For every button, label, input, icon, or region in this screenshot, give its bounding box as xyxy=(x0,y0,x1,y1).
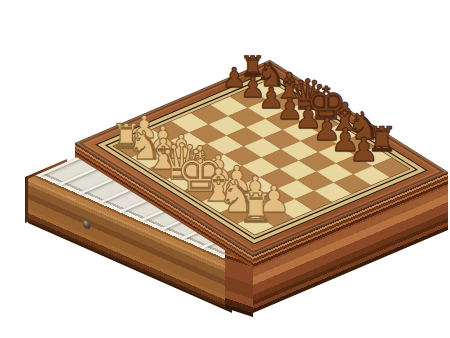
product-photo: ♜♞♝♛♚♝♞♜♟♟♟♟♟♟♟♟♟♟♟♟♟♟♟♟♜♞♝♛♚♝♞♜ xyxy=(0,0,450,338)
drawer-knob xyxy=(83,219,90,229)
